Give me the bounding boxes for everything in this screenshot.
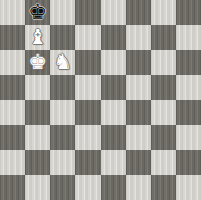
square-f5[interactable] [126, 75, 151, 100]
black-king[interactable]: ♚ [28, 0, 47, 25]
square-h4[interactable] [176, 100, 201, 125]
square-h6[interactable] [176, 50, 201, 75]
square-f8[interactable] [126, 0, 151, 25]
square-c2[interactable] [50, 150, 75, 175]
square-h3[interactable] [176, 125, 201, 150]
square-h8[interactable] [176, 0, 201, 25]
square-e8[interactable] [101, 0, 126, 25]
square-a1[interactable] [0, 175, 25, 200]
white-king[interactable]: ♚ [28, 50, 47, 75]
square-f6[interactable] [126, 50, 151, 75]
square-e3[interactable] [101, 125, 126, 150]
square-b5[interactable] [25, 75, 50, 100]
square-a6[interactable] [0, 50, 25, 75]
square-b3[interactable] [25, 125, 50, 150]
square-a7[interactable] [0, 25, 25, 50]
square-c1[interactable] [50, 175, 75, 200]
white-bishop[interactable]: ♝ [28, 25, 47, 50]
square-f1[interactable] [126, 175, 151, 200]
chess-board: ♚♝♚♞ [0, 0, 201, 200]
square-h7[interactable] [176, 25, 201, 50]
square-d6[interactable] [75, 50, 100, 75]
white-knight[interactable]: ♞ [53, 50, 72, 75]
square-e2[interactable] [101, 150, 126, 175]
square-b6[interactable]: ♚ [25, 50, 50, 75]
square-e1[interactable] [101, 175, 126, 200]
square-b8[interactable]: ♚ [25, 0, 50, 25]
square-h1[interactable] [176, 175, 201, 200]
square-e5[interactable] [101, 75, 126, 100]
square-b4[interactable] [25, 100, 50, 125]
square-g7[interactable] [151, 25, 176, 50]
square-d7[interactable] [75, 25, 100, 50]
square-b1[interactable] [25, 175, 50, 200]
square-g2[interactable] [151, 150, 176, 175]
square-g6[interactable] [151, 50, 176, 75]
square-d8[interactable] [75, 0, 100, 25]
square-d3[interactable] [75, 125, 100, 150]
square-f7[interactable] [126, 25, 151, 50]
square-c6[interactable]: ♞ [50, 50, 75, 75]
square-a4[interactable] [0, 100, 25, 125]
square-g8[interactable] [151, 0, 176, 25]
square-a3[interactable] [0, 125, 25, 150]
square-e7[interactable] [101, 25, 126, 50]
square-g5[interactable] [151, 75, 176, 100]
square-d4[interactable] [75, 100, 100, 125]
square-b7[interactable]: ♝ [25, 25, 50, 50]
square-e6[interactable] [101, 50, 126, 75]
square-g4[interactable] [151, 100, 176, 125]
square-e4[interactable] [101, 100, 126, 125]
square-f2[interactable] [126, 150, 151, 175]
square-d1[interactable] [75, 175, 100, 200]
square-g3[interactable] [151, 125, 176, 150]
square-a5[interactable] [0, 75, 25, 100]
square-d5[interactable] [75, 75, 100, 100]
square-f3[interactable] [126, 125, 151, 150]
square-a8[interactable] [0, 0, 25, 25]
square-h2[interactable] [176, 150, 201, 175]
square-a2[interactable] [0, 150, 25, 175]
square-c3[interactable] [50, 125, 75, 150]
square-c8[interactable] [50, 0, 75, 25]
square-f4[interactable] [126, 100, 151, 125]
square-c4[interactable] [50, 100, 75, 125]
square-h5[interactable] [176, 75, 201, 100]
square-c7[interactable] [50, 25, 75, 50]
square-d2[interactable] [75, 150, 100, 175]
square-b2[interactable] [25, 150, 50, 175]
square-g1[interactable] [151, 175, 176, 200]
square-c5[interactable] [50, 75, 75, 100]
